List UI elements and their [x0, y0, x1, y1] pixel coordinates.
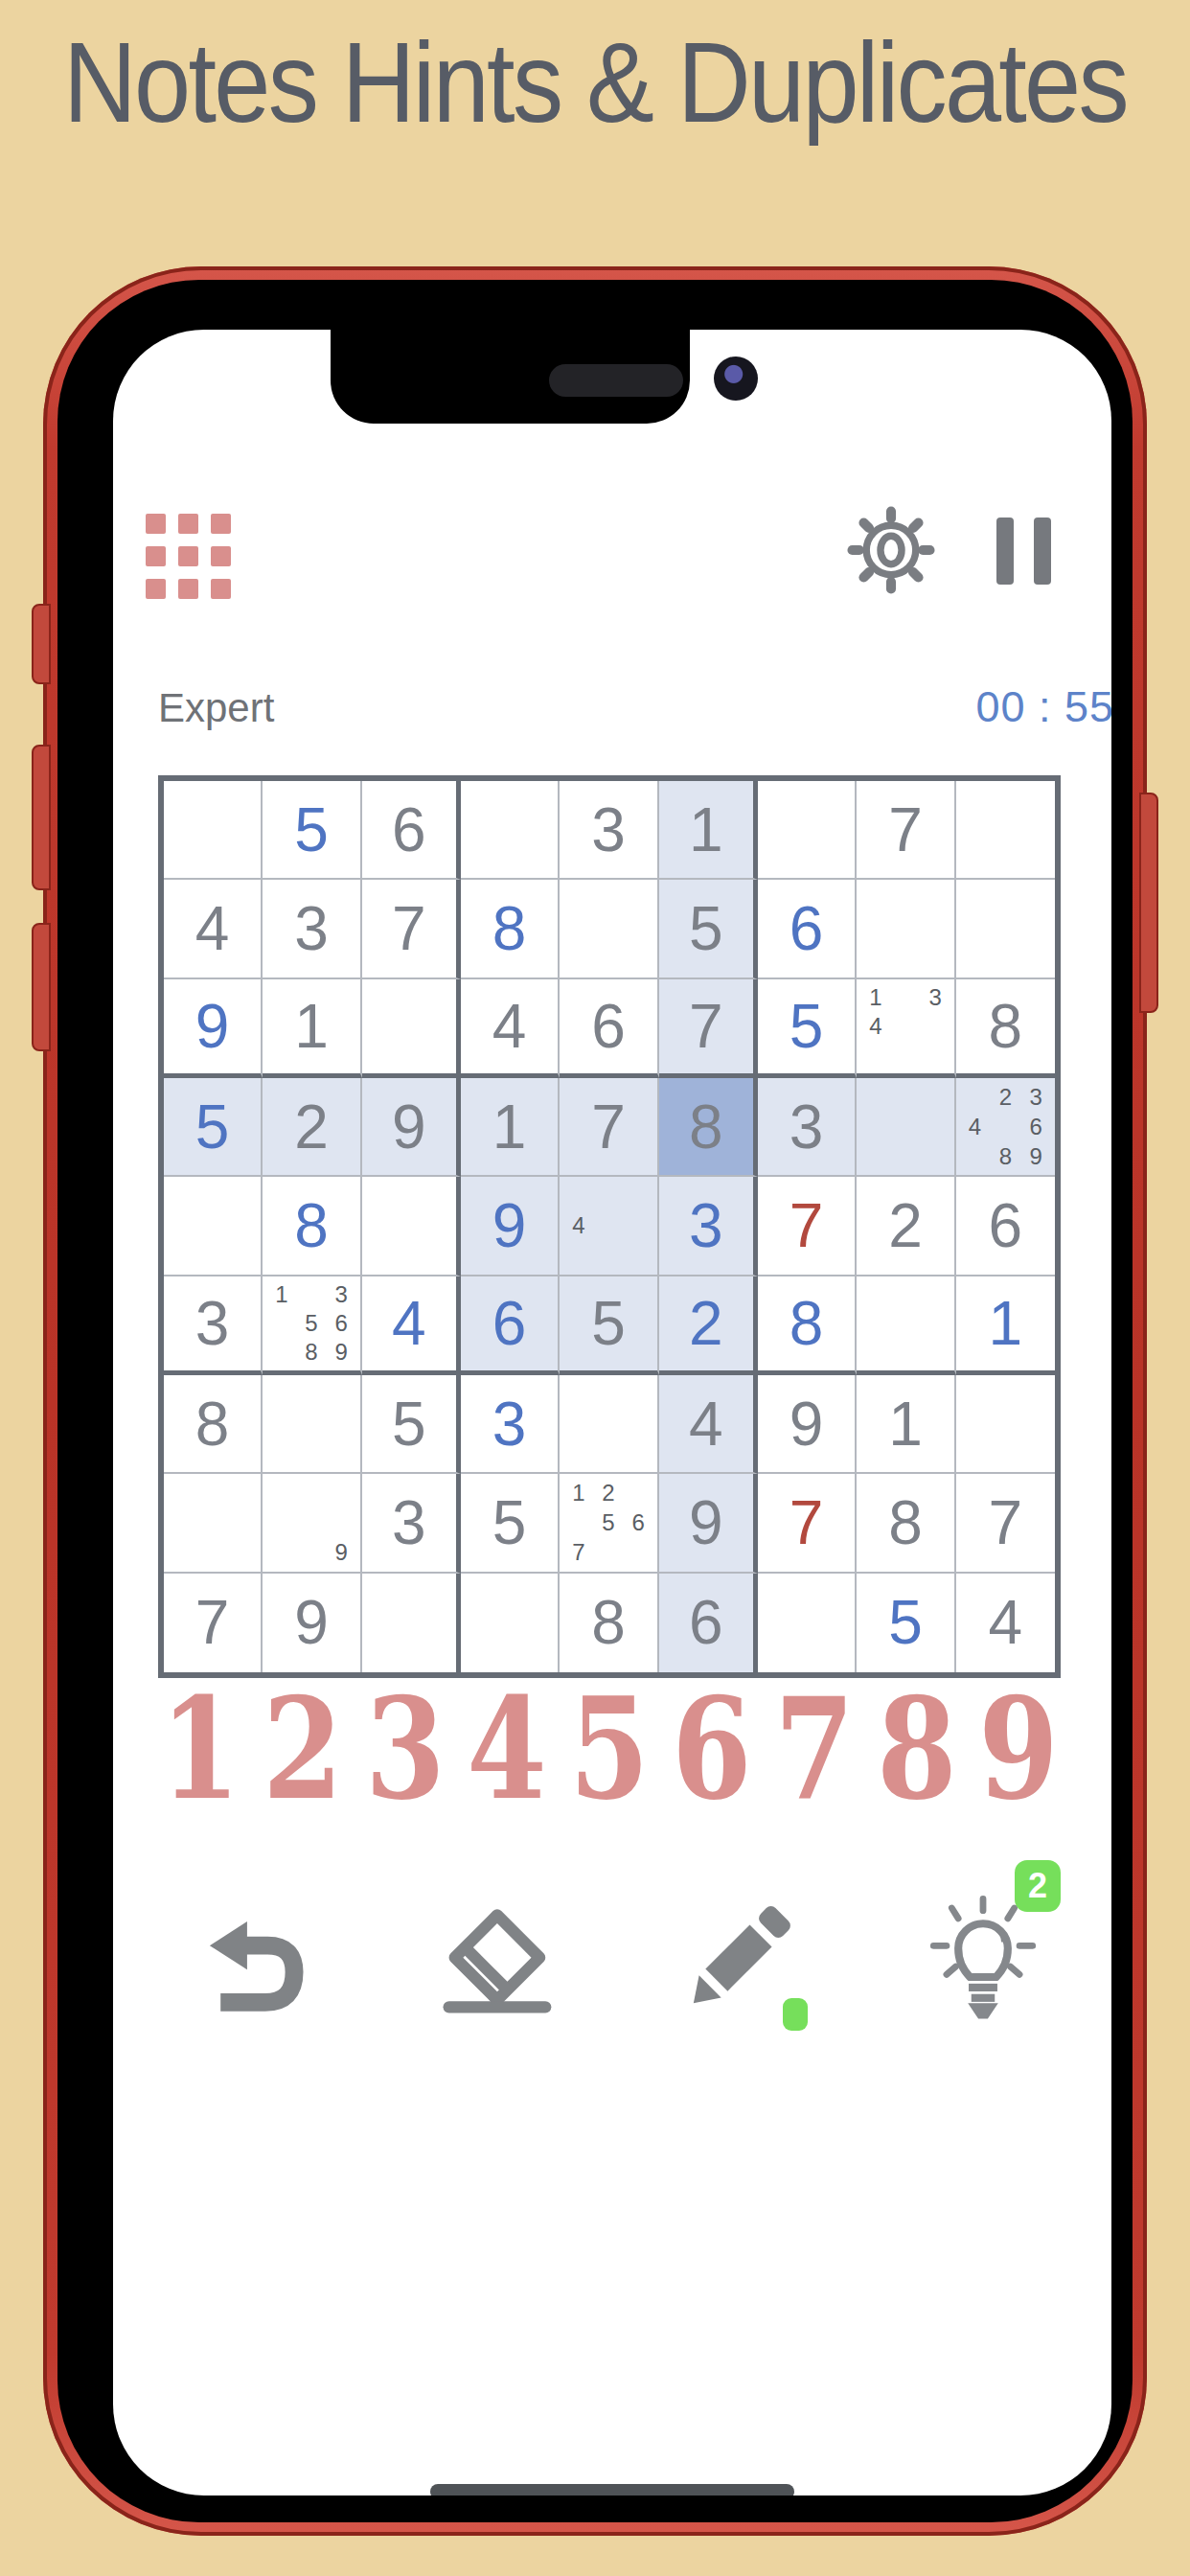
sudoku-board: 5631743785691467513485291783234689894372… [158, 775, 1061, 1678]
cell-r1c3[interactable]: 6 [362, 781, 461, 880]
cell-r8c3[interactable]: 3 [362, 1474, 461, 1573]
cell-r4c1[interactable]: 5 [164, 1078, 263, 1177]
cell-r4c6[interactable]: 8 [659, 1078, 758, 1177]
menu-grid-icon[interactable] [146, 514, 231, 599]
numpad-key-7[interactable]: 7 [774, 1679, 854, 1819]
cell-r7c9[interactable] [956, 1375, 1055, 1474]
numpad-key-9[interactable]: 9 [979, 1679, 1059, 1819]
speaker-grille [549, 364, 683, 397]
cell-r3c1[interactable]: 9 [164, 979, 263, 1078]
home-indicator[interactable] [430, 2484, 794, 2495]
lightbulb-icon [918, 1894, 1048, 2024]
cell-r6c9[interactable]: 1 [956, 1276, 1055, 1375]
cell-r4c3[interactable]: 9 [362, 1078, 461, 1177]
volume-up-button [32, 745, 51, 890]
cell-r3c7[interactable]: 5 [758, 979, 857, 1078]
cell-r2c6[interactable]: 5 [659, 880, 758, 978]
volume-down-button [32, 923, 51, 1051]
cell-r5c7[interactable]: 7 [758, 1177, 857, 1276]
cell-r9c2[interactable]: 9 [263, 1574, 361, 1672]
cell-r2c1[interactable]: 4 [164, 880, 263, 978]
numpad-key-5[interactable]: 5 [569, 1679, 649, 1819]
hint-count-badge: 2 [1015, 1860, 1061, 1912]
cell-r5c3[interactable] [362, 1177, 461, 1276]
cell-r9c3[interactable] [362, 1574, 461, 1672]
cell-r1c4[interactable] [461, 781, 560, 880]
cell-r4c8[interactable] [857, 1078, 955, 1177]
cell-r9c9[interactable]: 4 [956, 1574, 1055, 1672]
cell-r5c9[interactable]: 6 [956, 1177, 1055, 1276]
pencil-notes: 134 [860, 983, 950, 1069]
pause-button[interactable] [996, 517, 1051, 585]
cell-r9c5[interactable]: 8 [560, 1574, 658, 1672]
cell-r9c7[interactable] [758, 1574, 857, 1672]
cell-r3c3[interactable] [362, 979, 461, 1078]
settings-gear-icon[interactable] [847, 506, 935, 598]
power-button [1139, 793, 1158, 1013]
cell-r8c8[interactable]: 8 [857, 1474, 955, 1573]
phone-notch [331, 330, 690, 424]
notes-mode-indicator [783, 1998, 808, 2031]
phone-frame: Expert 00 : 55 5631743785691467513485291… [43, 266, 1147, 2536]
cell-r7c4[interactable]: 3 [461, 1375, 560, 1474]
undo-icon [196, 1898, 317, 2019]
cell-r5c6[interactable]: 3 [659, 1177, 758, 1276]
cell-r6c5[interactable]: 5 [560, 1276, 658, 1375]
cell-r4c4[interactable]: 1 [461, 1078, 560, 1177]
pencil-notes: 9 [266, 1478, 355, 1567]
cell-r3c5[interactable]: 6 [560, 979, 658, 1078]
notes-pencil-button[interactable] [666, 1877, 810, 2040]
cell-r2c2[interactable]: 3 [263, 880, 361, 978]
cell-r1c5[interactable]: 3 [560, 781, 658, 880]
cell-r8c5[interactable]: 12567 [560, 1474, 658, 1573]
eraser-icon [436, 1894, 566, 2024]
cell-r3c8[interactable]: 134 [857, 979, 955, 1078]
numpad-key-6[interactable]: 6 [672, 1679, 751, 1819]
pencil-notes: 135689 [266, 1280, 355, 1367]
cell-r5c4[interactable]: 9 [461, 1177, 560, 1276]
cell-r6c8[interactable] [857, 1276, 955, 1375]
cell-r1c8[interactable]: 7 [857, 781, 955, 880]
pencil-notes: 4 [563, 1181, 652, 1270]
cell-r7c6[interactable]: 4 [659, 1375, 758, 1474]
cell-r1c6[interactable]: 1 [659, 781, 758, 880]
eraser-button[interactable] [429, 1877, 573, 2040]
cell-r2c7[interactable]: 6 [758, 880, 857, 978]
cell-r5c8[interactable]: 2 [857, 1177, 955, 1276]
cell-r3c4[interactable]: 4 [461, 979, 560, 1078]
app-screen: Expert 00 : 55 5631743785691467513485291… [113, 330, 1111, 2495]
cell-r9c4[interactable] [461, 1574, 560, 1672]
cell-r2c5[interactable] [560, 880, 658, 978]
cell-r7c2[interactable] [263, 1375, 361, 1474]
cell-r2c8[interactable] [857, 880, 955, 978]
cell-r8c2[interactable]: 9 [263, 1474, 361, 1573]
undo-button[interactable] [185, 1877, 329, 2040]
timer: 00 : 55 [975, 682, 1111, 732]
cell-r2c9[interactable] [956, 880, 1055, 978]
cell-r9c6[interactable]: 6 [659, 1574, 758, 1672]
cell-r6c2[interactable]: 135689 [263, 1276, 361, 1375]
cell-r6c4[interactable]: 6 [461, 1276, 560, 1375]
cell-r8c9[interactable]: 7 [956, 1474, 1055, 1573]
phone-bezel: Expert 00 : 55 5631743785691467513485291… [57, 280, 1133, 2522]
cell-r4c7[interactable]: 3 [758, 1078, 857, 1177]
cell-r8c1[interactable] [164, 1474, 263, 1573]
screenshot-root: Notes Hints & Duplicates [0, 0, 1190, 2576]
cell-r1c1[interactable] [164, 781, 263, 880]
cell-r4c9[interactable]: 234689 [956, 1078, 1055, 1177]
cell-r4c2[interactable]: 2 [263, 1078, 361, 1177]
cell-r7c1[interactable]: 8 [164, 1375, 263, 1474]
cell-r3c2[interactable]: 1 [263, 979, 361, 1078]
cell-r9c1[interactable]: 7 [164, 1574, 263, 1672]
cell-r7c3[interactable]: 5 [362, 1375, 461, 1474]
cell-r1c2[interactable]: 5 [263, 781, 361, 880]
hint-button[interactable]: 2 [911, 1877, 1055, 2040]
pencil-notes: 234689 [960, 1082, 1051, 1171]
status-row: Expert 00 : 55 [158, 682, 1111, 732]
difficulty-label: Expert [158, 685, 274, 731]
cell-r8c6[interactable]: 9 [659, 1474, 758, 1573]
numpad-key-4[interactable]: 4 [468, 1679, 547, 1819]
cell-r1c7[interactable] [758, 781, 857, 880]
numpad-key-3[interactable]: 3 [365, 1679, 445, 1819]
cell-r7c5[interactable] [560, 1375, 658, 1474]
cell-r6c7[interactable]: 8 [758, 1276, 857, 1375]
numpad-key-2[interactable]: 2 [263, 1679, 342, 1819]
cell-r4c5[interactable]: 7 [560, 1078, 658, 1177]
cell-r9c8[interactable]: 5 [857, 1574, 955, 1672]
page-title: Notes Hints & Duplicates [59, 17, 1131, 148]
cell-r5c5[interactable]: 4 [560, 1177, 658, 1276]
cell-r8c4[interactable]: 5 [461, 1474, 560, 1573]
cell-r6c3[interactable]: 4 [362, 1276, 461, 1375]
cell-r7c8[interactable]: 1 [857, 1375, 955, 1474]
cell-r5c1[interactable] [164, 1177, 263, 1276]
cell-r2c3[interactable]: 7 [362, 880, 461, 978]
cell-r6c1[interactable]: 3 [164, 1276, 263, 1375]
cell-r6c6[interactable]: 2 [659, 1276, 758, 1375]
cell-r2c4[interactable]: 8 [461, 880, 560, 978]
cell-r3c9[interactable]: 8 [956, 979, 1055, 1078]
cell-r3c6[interactable]: 7 [659, 979, 758, 1078]
cell-r8c7[interactable]: 7 [758, 1474, 857, 1573]
cell-r1c9[interactable] [956, 781, 1055, 880]
cell-r7c7[interactable]: 9 [758, 1375, 857, 1474]
number-pad: 123456789 [151, 1679, 1067, 1819]
mute-switch [32, 604, 51, 684]
cell-r5c2[interactable]: 8 [263, 1177, 361, 1276]
numpad-key-8[interactable]: 8 [877, 1679, 956, 1819]
pencil-notes: 12567 [563, 1478, 652, 1567]
front-camera [714, 356, 758, 401]
numpad-key-1[interactable]: 1 [160, 1679, 240, 1819]
